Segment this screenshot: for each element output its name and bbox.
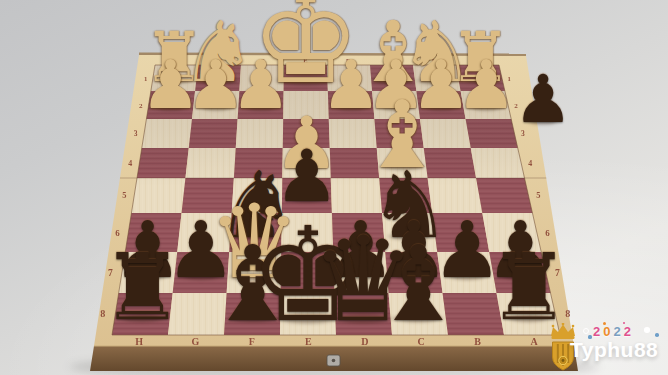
file-label-top-B: B [432, 57, 437, 64]
file-label-bottom-H: H [135, 336, 143, 347]
file-label-top-A: A [475, 57, 480, 64]
chess-board[interactable]: HGFEDCBAHGFEDCBA1234567812345678 [0, 0, 668, 375]
file-label-top-G: G [217, 57, 222, 64]
rank-label-right-5: 5 [536, 190, 540, 200]
chess-photo-scene: HGFEDCBAHGFEDCBA1234567812345678 ♜♞♚♝♞♜♟… [0, 0, 668, 375]
rank-label-right-6: 6 [545, 228, 550, 238]
rank-label-left-3: 3 [134, 129, 138, 138]
grid-outline [112, 65, 560, 335]
file-label-top-H: H [174, 57, 179, 64]
file-label-bottom-E: E [305, 336, 312, 347]
rank-label-right-3: 3 [521, 129, 525, 138]
rank-label-left-2: 2 [139, 102, 143, 110]
rank-label-right-8: 8 [565, 308, 570, 319]
rank-label-right-1: 1 [508, 75, 511, 82]
file-label-top-C: C [389, 57, 394, 64]
rank-label-left-7: 7 [108, 267, 113, 278]
rank-label-left-1: 1 [144, 75, 147, 82]
file-label-bottom-D: D [361, 336, 368, 347]
file-label-bottom-F: F [249, 336, 255, 347]
file-label-bottom-C: C [418, 336, 425, 347]
file-label-top-D: D [346, 57, 351, 64]
file-label-top-F: F [261, 57, 265, 64]
rank-label-left-4: 4 [128, 159, 132, 168]
rank-label-left-6: 6 [115, 228, 120, 238]
file-label-bottom-A: A [530, 336, 538, 347]
rank-label-left-5: 5 [122, 190, 126, 200]
rank-label-right-4: 4 [528, 159, 532, 168]
file-label-top-E: E [303, 57, 307, 64]
rank-label-right-2: 2 [514, 102, 518, 110]
clasp-keyhole [332, 359, 336, 363]
file-label-bottom-G: G [192, 336, 200, 347]
rank-label-left-8: 8 [100, 308, 105, 319]
rank-label-right-7: 7 [555, 267, 560, 278]
file-label-bottom-B: B [474, 336, 481, 347]
